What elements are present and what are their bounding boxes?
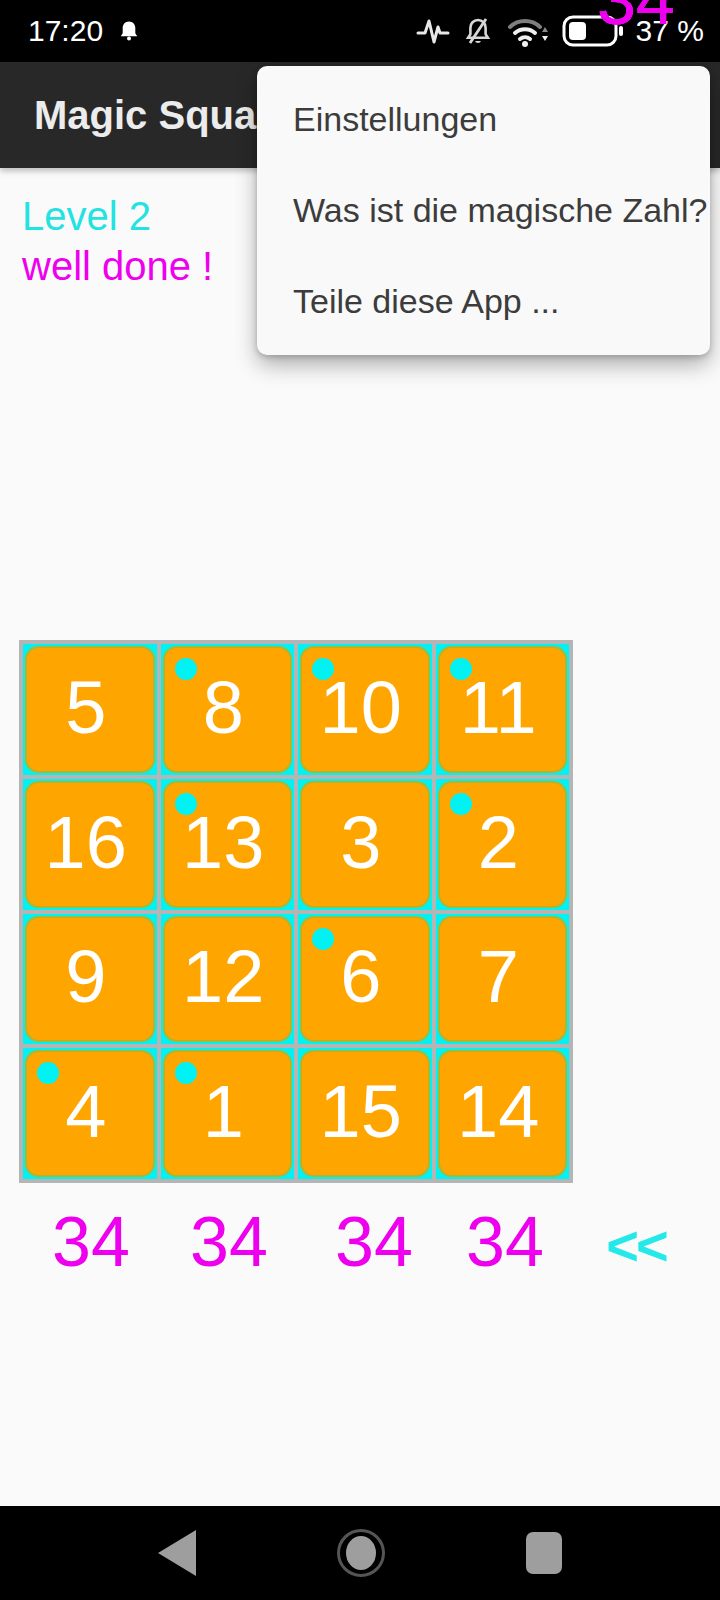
clock-time: 17:20 [28,14,103,48]
android-nav-bar [0,1506,720,1600]
alarm-bell-icon [117,19,141,43]
cell[interactable]: 8 [161,644,295,775]
cell[interactable]: 5 [23,644,157,775]
cell[interactable]: 1 [161,1048,295,1179]
cell-value: 13 [182,800,264,885]
notifications-muted-icon [462,15,494,47]
nav-recents-icon[interactable] [526,1532,562,1574]
cell-mark-dot [450,793,472,815]
cell-value: 10 [320,665,402,750]
nav-back-icon[interactable] [158,1530,196,1576]
cell[interactable]: 6 [298,914,432,1045]
cell-mark-dot [312,928,334,950]
cell-value: 6 [340,934,381,1019]
nav-home-inner-dot [346,1536,376,1570]
cell-value: 14 [457,1069,539,1154]
wifi-icon [506,14,550,48]
menu-item-settings[interactable]: Einstellungen [257,100,710,139]
col-sum-1: 34 [52,1202,130,1282]
menu-item-magic-number[interactable]: Was ist die magische Zahl? [257,191,710,230]
cell-value: 4 [65,1069,106,1154]
well-done-label: well done ! [22,244,213,289]
cell-value: 16 [45,800,127,885]
col-sum-3: 34 [335,1202,413,1282]
undo-back-button[interactable]: << [606,1213,665,1278]
cell[interactable]: 2 [436,779,570,910]
cell-value: 11 [460,665,537,750]
cell-value: 8 [203,665,244,750]
cell-value: 5 [65,665,106,750]
cell[interactable]: 7 [436,914,570,1045]
cell-value: 1 [203,1069,244,1154]
nav-home-icon[interactable] [337,1529,385,1577]
cell[interactable]: 14 [436,1048,570,1179]
app-title: Magic Square [34,93,294,138]
overflow-menu: Einstellungen Was ist die magische Zahl?… [257,66,710,355]
level-label: Level 2 [22,194,151,239]
cell-value: 9 [65,934,106,1019]
vibrate-pulse-icon [416,14,450,48]
cell[interactable]: 12 [161,914,295,1045]
cell-value: 7 [478,934,519,1019]
cell-mark-dot [175,1062,197,1084]
col-sum-2: 34 [190,1202,268,1282]
cell-mark-dot [37,1062,59,1084]
cell-value: 15 [320,1069,402,1154]
cell[interactable]: 10 [298,644,432,775]
cell-value: 3 [340,800,381,885]
cell[interactable]: 11 [436,644,570,775]
cell[interactable]: 15 [298,1048,432,1179]
cell[interactable]: 4 [23,1048,157,1179]
menu-item-share-app[interactable]: Teile diese App ... [257,282,710,321]
cell-mark-dot [175,658,197,680]
row-sum-4: 34 [597,0,675,40]
cell[interactable]: 13 [161,779,295,910]
cell[interactable]: 3 [298,779,432,910]
cell-value: 2 [478,800,519,885]
magic-square-board: 5 8 10 11 16 13 3 2 9 12 6 7 4 1 15 14 [19,640,573,1183]
cell[interactable]: 9 [23,914,157,1045]
cell[interactable]: 16 [23,779,157,910]
cell-value: 12 [182,934,264,1019]
col-sum-4: 34 [466,1202,544,1282]
